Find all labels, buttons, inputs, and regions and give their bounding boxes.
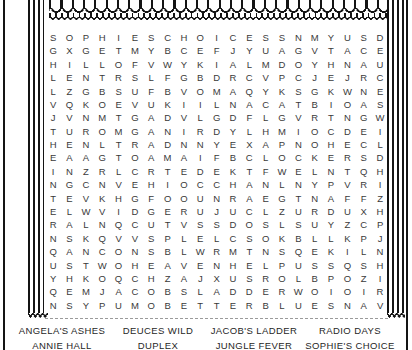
grid-cell[interactable]: F — [241, 111, 257, 124]
grid-cell[interactable]: S — [110, 85, 126, 98]
grid-cell[interactable]: W — [159, 58, 175, 71]
grid-cell[interactable]: W — [94, 259, 110, 272]
grid-cell[interactable]: O — [176, 192, 192, 205]
grid-cell[interactable]: V — [290, 111, 306, 124]
grid-cell[interactable]: E — [159, 205, 175, 218]
grid-cell[interactable]: P — [356, 232, 372, 245]
grid-cell[interactable]: O — [110, 245, 126, 258]
grid-cell[interactable]: E — [225, 138, 241, 151]
grid-cell[interactable]: X — [356, 205, 372, 218]
grid-cell[interactable]: R — [225, 71, 241, 84]
grid-cell[interactable]: C — [241, 71, 257, 84]
grid-cell[interactable]: G — [78, 85, 94, 98]
grid-cell[interactable]: U — [192, 205, 208, 218]
grid-cell[interactable]: H — [143, 178, 159, 191]
grid-cell[interactable]: A — [274, 98, 290, 111]
grid-cell[interactable]: G — [127, 192, 143, 205]
grid-cell[interactable]: R — [94, 165, 110, 178]
grid-cell[interactable]: K — [339, 232, 355, 245]
grid-cell[interactable]: Z — [78, 165, 94, 178]
grid-cell[interactable]: Q — [290, 245, 306, 258]
grid-cell[interactable]: G — [290, 44, 306, 57]
grid-cell[interactable]: E — [257, 285, 273, 298]
grid-cell[interactable]: E — [127, 31, 143, 44]
grid-cell[interactable]: T — [290, 98, 306, 111]
grid-cell[interactable]: W — [372, 111, 388, 124]
grid-cell[interactable]: R — [274, 285, 290, 298]
grid-cell[interactable]: H — [94, 31, 110, 44]
grid-cell[interactable]: G — [127, 125, 143, 138]
grid-cell[interactable]: T — [45, 192, 61, 205]
grid-cell[interactable]: O — [274, 152, 290, 165]
grid-cell[interactable]: T — [110, 138, 126, 151]
grid-cell[interactable]: L — [78, 58, 94, 71]
grid-cell[interactable]: O — [159, 192, 175, 205]
grid-cell[interactable]: O — [241, 218, 257, 231]
grid-cell[interactable]: H — [225, 259, 241, 272]
grid-cell[interactable]: I — [45, 165, 61, 178]
grid-cell[interactable]: A — [241, 98, 257, 111]
grid-cell[interactable]: N — [45, 178, 61, 191]
grid-cell[interactable]: S — [143, 245, 159, 258]
grid-cell[interactable]: N — [257, 245, 273, 258]
grid-cell[interactable]: P — [78, 31, 94, 44]
grid-cell[interactable]: O — [94, 98, 110, 111]
grid-cell[interactable]: E — [127, 178, 143, 191]
grid-cell[interactable]: G — [143, 205, 159, 218]
grid-cell[interactable]: Y — [307, 178, 323, 191]
grid-cell[interactable]: C — [356, 218, 372, 231]
grid-cell[interactable]: N — [78, 245, 94, 258]
grid-cell[interactable]: B — [257, 299, 273, 312]
grid-cell[interactable]: I — [372, 125, 388, 138]
grid-cell[interactable]: I — [110, 31, 126, 44]
grid-cell[interactable]: M — [127, 299, 143, 312]
grid-cell[interactable]: E — [110, 98, 126, 111]
grid-cell[interactable]: E — [192, 44, 208, 57]
grid-cell[interactable]: S — [257, 31, 273, 44]
grid-cell[interactable]: N — [257, 178, 273, 191]
grid-cell[interactable]: I — [323, 98, 339, 111]
grid-cell[interactable]: E — [323, 152, 339, 165]
grid-cell[interactable]: T — [94, 71, 110, 84]
grid-cell[interactable]: L — [176, 245, 192, 258]
grid-cell[interactable]: C — [159, 31, 175, 44]
grid-cell[interactable]: T — [241, 245, 257, 258]
grid-cell[interactable]: S — [192, 218, 208, 231]
grid-cell[interactable]: I — [192, 98, 208, 111]
grid-cell[interactable]: E — [208, 165, 224, 178]
grid-cell[interactable]: T — [78, 259, 94, 272]
grid-cell[interactable]: S — [274, 31, 290, 44]
grid-cell[interactable]: L — [110, 165, 126, 178]
grid-cell[interactable]: C — [127, 165, 143, 178]
grid-cell[interactable]: A — [241, 178, 257, 191]
grid-cell[interactable]: C — [290, 152, 306, 165]
grid-cell[interactable]: U — [225, 205, 241, 218]
grid-cell[interactable]: E — [45, 205, 61, 218]
grid-cell[interactable]: V — [110, 232, 126, 245]
grid-cell[interactable]: A — [143, 111, 159, 124]
grid-cell[interactable]: L — [356, 245, 372, 258]
grid-cell[interactable]: H — [372, 165, 388, 178]
grid-cell[interactable]: E — [241, 259, 257, 272]
grid-cell[interactable]: D — [208, 71, 224, 84]
grid-cell[interactable]: M — [274, 125, 290, 138]
grid-cell[interactable]: S — [356, 152, 372, 165]
grid-cell[interactable]: O — [176, 178, 192, 191]
grid-cell[interactable]: E — [176, 299, 192, 312]
grid-cell[interactable]: X — [208, 272, 224, 285]
grid-cell[interactable]: A — [143, 138, 159, 151]
grid-cell[interactable]: S — [257, 218, 273, 231]
grid-cell[interactable]: T — [339, 165, 355, 178]
grid-cell[interactable]: J — [307, 71, 323, 84]
grid-cell[interactable]: I — [110, 205, 126, 218]
grid-cell[interactable]: D — [339, 125, 355, 138]
grid-cell[interactable]: R — [339, 152, 355, 165]
grid-cell[interactable]: B — [159, 245, 175, 258]
grid-cell[interactable]: Z — [274, 205, 290, 218]
grid-cell[interactable]: F — [143, 192, 159, 205]
grid-cell[interactable]: I — [176, 125, 192, 138]
grid-cell[interactable]: A — [78, 152, 94, 165]
grid-cell[interactable]: K — [78, 272, 94, 285]
grid-cell[interactable]: R — [110, 71, 126, 84]
grid-cell[interactable]: L — [61, 205, 77, 218]
grid-cell[interactable]: G — [45, 44, 61, 57]
grid-cell[interactable]: M — [307, 31, 323, 44]
grid-cell[interactable]: M — [78, 285, 94, 298]
grid-cell[interactable]: P — [94, 299, 110, 312]
grid-cell[interactable]: P — [274, 138, 290, 151]
grid-cell[interactable]: N — [290, 31, 306, 44]
grid-cell[interactable]: R — [356, 71, 372, 84]
grid-cell[interactable]: T — [159, 165, 175, 178]
grid-cell[interactable]: V — [176, 111, 192, 124]
grid-cell[interactable]: M — [208, 85, 224, 98]
grid-cell[interactable]: R — [225, 192, 241, 205]
grid-cell[interactable]: U — [127, 85, 143, 98]
grid-cell[interactable]: K — [274, 85, 290, 98]
grid-cell[interactable]: P — [323, 272, 339, 285]
grid-cell[interactable]: C — [225, 232, 241, 245]
grid-cell[interactable]: D — [372, 152, 388, 165]
grid-cell[interactable]: Q — [45, 245, 61, 258]
grid-cell[interactable]: W — [192, 245, 208, 258]
grid-cell[interactable]: W — [290, 285, 306, 298]
grid-cell[interactable]: Y — [257, 85, 273, 98]
grid-cell[interactable]: H — [110, 192, 126, 205]
grid-cell[interactable]: S — [208, 218, 224, 231]
grid-cell[interactable]: U — [339, 31, 355, 44]
grid-cell[interactable]: Q — [94, 232, 110, 245]
grid-cell[interactable]: R — [78, 125, 94, 138]
grid-cell[interactable]: J — [45, 111, 61, 124]
grid-cell[interactable]: C — [78, 178, 94, 191]
grid-cell[interactable]: U — [143, 98, 159, 111]
grid-cell[interactable]: Q — [61, 98, 77, 111]
grid-cell[interactable]: N — [339, 58, 355, 71]
grid-cell[interactable]: E — [61, 138, 77, 151]
grid-cell[interactable]: W — [274, 165, 290, 178]
grid-cell[interactable]: I — [372, 272, 388, 285]
grid-cell[interactable]: K — [323, 85, 339, 98]
grid-cell[interactable]: S — [61, 299, 77, 312]
grid-cell[interactable]: V — [339, 178, 355, 191]
grid-cell[interactable]: L — [208, 98, 224, 111]
grid-cell[interactable]: L — [241, 58, 257, 71]
grid-cell[interactable]: J — [94, 285, 110, 298]
grid-cell[interactable]: V — [94, 205, 110, 218]
grid-cell[interactable]: C — [208, 178, 224, 191]
grid-cell[interactable]: O — [307, 285, 323, 298]
grid-cell[interactable]: A — [274, 44, 290, 57]
grid-cell[interactable]: E — [307, 299, 323, 312]
grid-cell[interactable]: G — [94, 152, 110, 165]
grid-cell[interactable]: N — [94, 218, 110, 231]
grid-cell[interactable]: L — [45, 85, 61, 98]
grid-cell[interactable]: J — [339, 71, 355, 84]
grid-cell[interactable]: Q — [110, 218, 126, 231]
grid-cell[interactable]: A — [356, 58, 372, 71]
grid-cell[interactable]: G — [176, 71, 192, 84]
grid-cell[interactable]: A — [110, 285, 126, 298]
grid-cell[interactable]: T — [323, 44, 339, 57]
grid-cell[interactable]: S — [290, 218, 306, 231]
grid-cell[interactable]: E — [192, 259, 208, 272]
grid-cell[interactable]: S — [290, 85, 306, 98]
grid-cell[interactable]: L — [372, 138, 388, 151]
grid-cell[interactable]: E — [143, 259, 159, 272]
grid-cell[interactable]: T — [323, 111, 339, 124]
grid-cell[interactable]: A — [323, 192, 339, 205]
grid-cell[interactable]: N — [290, 178, 306, 191]
grid-cell[interactable]: Z — [356, 272, 372, 285]
grid-cell[interactable]: O — [290, 58, 306, 71]
grid-cell[interactable]: P — [372, 218, 388, 231]
grid-cell[interactable]: F — [339, 192, 355, 205]
grid-cell[interactable]: I — [208, 58, 224, 71]
grid-cell[interactable]: O — [339, 285, 355, 298]
grid-cell[interactable]: P — [323, 178, 339, 191]
grid-cell[interactable]: L — [307, 165, 323, 178]
grid-cell[interactable]: V — [307, 44, 323, 57]
grid-cell[interactable]: C — [176, 44, 192, 57]
grid-cell[interactable]: E — [176, 165, 192, 178]
grid-cell[interactable]: R — [208, 245, 224, 258]
grid-cell[interactable]: F — [143, 85, 159, 98]
grid-cell[interactable]: U — [290, 259, 306, 272]
grid-cell[interactable]: S — [241, 272, 257, 285]
grid-cell[interactable]: B — [307, 98, 323, 111]
grid-cell[interactable]: T — [110, 152, 126, 165]
grid-cell[interactable]: Z — [159, 272, 175, 285]
grid-cell[interactable]: G — [78, 44, 94, 57]
grid-cell[interactable]: R — [127, 138, 143, 151]
grid-cell[interactable]: R — [257, 272, 273, 285]
grid-cell[interactable]: V — [110, 178, 126, 191]
grid-cell[interactable]: S — [61, 259, 77, 272]
grid-cell[interactable]: I — [356, 285, 372, 298]
grid-cell[interactable]: I — [208, 31, 224, 44]
grid-cell[interactable]: N — [94, 178, 110, 191]
grid-cell[interactable]: Y — [78, 299, 94, 312]
grid-cell[interactable]: J — [225, 44, 241, 57]
grid-cell[interactable]: H — [257, 125, 273, 138]
grid-cell[interactable]: M — [225, 245, 241, 258]
grid-cell[interactable]: I — [372, 178, 388, 191]
grid-cell[interactable]: G — [307, 85, 323, 98]
grid-cell[interactable]: N — [323, 165, 339, 178]
grid-cell[interactable]: U — [192, 192, 208, 205]
grid-cell[interactable]: C — [241, 205, 257, 218]
grid-cell[interactable]: K — [78, 232, 94, 245]
grid-cell[interactable]: C — [356, 138, 372, 151]
grid-cell[interactable]: C — [241, 152, 257, 165]
grid-cell[interactable]: D — [225, 111, 241, 124]
grid-cell[interactable]: N — [78, 71, 94, 84]
grid-cell[interactable]: R — [372, 285, 388, 298]
grid-cell[interactable]: H — [372, 259, 388, 272]
grid-cell[interactable]: E — [307, 245, 323, 258]
grid-cell[interactable]: Y — [208, 138, 224, 151]
grid-cell[interactable]: N — [78, 138, 94, 151]
grid-cell[interactable]: E — [61, 192, 77, 205]
grid-cell[interactable]: A — [257, 138, 273, 151]
grid-cell[interactable]: H — [372, 205, 388, 218]
grid-cell[interactable]: R — [176, 205, 192, 218]
grid-cell[interactable]: L — [45, 71, 61, 84]
grid-cell[interactable]: O — [339, 272, 355, 285]
grid-cell[interactable]: L — [274, 178, 290, 191]
grid-cell[interactable]: C — [225, 31, 241, 44]
grid-cell[interactable]: T — [192, 299, 208, 312]
grid-cell[interactable]: N — [225, 98, 241, 111]
grid-cell[interactable]: N — [159, 125, 175, 138]
grid-cell[interactable]: Y — [307, 58, 323, 71]
grid-cell[interactable]: C — [127, 285, 143, 298]
grid-cell[interactable]: N — [208, 259, 224, 272]
grid-cell[interactable]: C — [257, 98, 273, 111]
grid-cell[interactable]: A — [61, 152, 77, 165]
grid-cell[interactable]: U — [45, 259, 61, 272]
grid-cell[interactable]: A — [225, 85, 241, 98]
grid-cell[interactable]: E — [356, 125, 372, 138]
grid-cell[interactable]: Y — [45, 272, 61, 285]
grid-cell[interactable]: Y — [143, 44, 159, 57]
grid-cell[interactable]: L — [307, 232, 323, 245]
grid-cell[interactable]: Y — [323, 31, 339, 44]
grid-cell[interactable]: B — [307, 272, 323, 285]
grid-cell[interactable]: L — [241, 125, 257, 138]
grid-cell[interactable]: O — [94, 125, 110, 138]
grid-cell[interactable]: T — [110, 111, 126, 124]
grid-cell[interactable]: S — [356, 259, 372, 272]
grid-cell[interactable]: A — [176, 152, 192, 165]
grid-cell[interactable]: S — [45, 31, 61, 44]
grid-cell[interactable]: C — [372, 71, 388, 84]
grid-cell[interactable]: S — [323, 259, 339, 272]
grid-cell[interactable]: E — [323, 71, 339, 84]
grid-cell[interactable]: K — [225, 165, 241, 178]
grid-cell[interactable]: U — [307, 218, 323, 231]
grid-cell[interactable]: O — [110, 259, 126, 272]
grid-cell[interactable]: M — [110, 125, 126, 138]
grid-cell[interactable]: Q — [241, 85, 257, 98]
grid-cell[interactable]: Q — [110, 272, 126, 285]
grid-cell[interactable]: E — [257, 192, 273, 205]
grid-cell[interactable]: S — [323, 299, 339, 312]
grid-cell[interactable]: V — [257, 71, 273, 84]
grid-cell[interactable]: N — [307, 192, 323, 205]
grid-cell[interactable]: F — [127, 58, 143, 71]
grid-cell[interactable]: A — [241, 192, 257, 205]
grid-cell[interactable]: M — [94, 111, 110, 124]
grid-cell[interactable]: G — [274, 111, 290, 124]
grid-cell[interactable]: L — [94, 58, 110, 71]
grid-cell[interactable]: P — [274, 259, 290, 272]
grid-cell[interactable]: M — [159, 152, 175, 165]
grid-cell[interactable]: A — [356, 299, 372, 312]
grid-cell[interactable]: V — [176, 85, 192, 98]
grid-cell[interactable]: L — [192, 111, 208, 124]
grid-cell[interactable]: R — [45, 218, 61, 231]
grid-cell[interactable]: E — [45, 152, 61, 165]
grid-cell[interactable]: K — [192, 58, 208, 71]
grid-cell[interactable]: F — [208, 44, 224, 57]
grid-cell[interactable]: Q — [356, 165, 372, 178]
grid-cell[interactable]: E — [225, 299, 241, 312]
grid-cell[interactable]: E — [61, 71, 77, 84]
grid-cell[interactable]: L — [257, 259, 273, 272]
grid-cell[interactable]: N — [61, 165, 77, 178]
grid-cell[interactable]: N — [290, 138, 306, 151]
grid-cell[interactable]: B — [159, 85, 175, 98]
grid-cell[interactable]: R — [192, 125, 208, 138]
grid-cell[interactable]: K — [307, 152, 323, 165]
grid-cell[interactable]: T — [45, 125, 61, 138]
grid-cell[interactable]: D — [372, 31, 388, 44]
grid-cell[interactable]: O — [257, 232, 273, 245]
grid-cell[interactable]: L — [257, 111, 273, 124]
grid-cell[interactable]: D — [192, 165, 208, 178]
grid-cell[interactable]: Y — [225, 125, 241, 138]
grid-cell[interactable]: V — [61, 111, 77, 124]
grid-cell[interactable]: K — [159, 98, 175, 111]
grid-cell[interactable]: N — [192, 138, 208, 151]
grid-cell[interactable]: P — [274, 71, 290, 84]
grid-cell[interactable]: V — [127, 98, 143, 111]
grid-cell[interactable]: R — [241, 299, 257, 312]
grid-cell[interactable]: V — [143, 58, 159, 71]
grid-cell[interactable]: R — [356, 178, 372, 191]
grid-cell[interactable]: Z — [61, 85, 77, 98]
grid-cell[interactable]: Q — [339, 259, 355, 272]
grid-cell[interactable]: E — [61, 285, 77, 298]
grid-cell[interactable]: G — [127, 111, 143, 124]
grid-cell[interactable]: J — [192, 272, 208, 285]
grid-cell[interactable]: E — [339, 138, 355, 151]
grid-cell[interactable]: U — [372, 58, 388, 71]
grid-cell[interactable]: L — [176, 232, 192, 245]
grid-cell[interactable]: G — [356, 111, 372, 124]
grid-cell[interactable]: D — [225, 285, 241, 298]
grid-cell[interactable]: Y — [323, 218, 339, 231]
grid-cell[interactable]: A — [176, 272, 192, 285]
grid-cell[interactable]: R — [143, 165, 159, 178]
grid-cell[interactable]: T — [110, 44, 126, 57]
